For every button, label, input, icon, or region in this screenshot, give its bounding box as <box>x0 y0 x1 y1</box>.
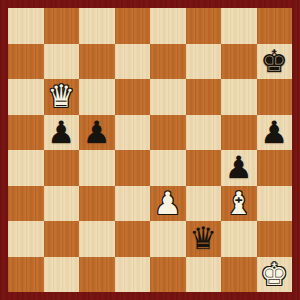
square-g4[interactable]: ♟ <box>221 150 257 186</box>
square-h6[interactable] <box>257 79 293 115</box>
square-h7[interactable]: ♚ <box>257 44 293 80</box>
square-b1[interactable] <box>44 257 80 293</box>
square-e2[interactable] <box>150 221 186 257</box>
square-h5[interactable]: ♟ <box>257 115 293 151</box>
square-e8[interactable] <box>150 8 186 44</box>
square-f4[interactable] <box>186 150 222 186</box>
black-pawn-b5[interactable]: ♟ <box>47 115 75 150</box>
white-king-h1[interactable]: ♚ <box>260 257 288 292</box>
square-a5[interactable] <box>8 115 44 151</box>
square-d7[interactable] <box>115 44 151 80</box>
square-e5[interactable] <box>150 115 186 151</box>
square-h8[interactable] <box>257 8 293 44</box>
square-h3[interactable] <box>257 186 293 222</box>
square-e3[interactable]: ♟ <box>150 186 186 222</box>
square-h2[interactable] <box>257 221 293 257</box>
square-c6[interactable] <box>79 79 115 115</box>
square-f6[interactable] <box>186 79 222 115</box>
square-e7[interactable] <box>150 44 186 80</box>
square-h1[interactable]: ♚ <box>257 257 293 293</box>
square-d1[interactable] <box>115 257 151 293</box>
square-c3[interactable] <box>79 186 115 222</box>
square-e4[interactable] <box>150 150 186 186</box>
square-g5[interactable] <box>221 115 257 151</box>
square-b5[interactable]: ♟ <box>44 115 80 151</box>
square-c2[interactable] <box>79 221 115 257</box>
black-pawn-c5[interactable]: ♟ <box>83 115 111 150</box>
square-f3[interactable] <box>186 186 222 222</box>
square-e1[interactable] <box>150 257 186 293</box>
square-a4[interactable] <box>8 150 44 186</box>
square-c4[interactable] <box>79 150 115 186</box>
square-f1[interactable] <box>186 257 222 293</box>
square-f5[interactable] <box>186 115 222 151</box>
square-g7[interactable] <box>221 44 257 80</box>
square-c8[interactable] <box>79 8 115 44</box>
square-b4[interactable] <box>44 150 80 186</box>
square-e6[interactable] <box>150 79 186 115</box>
square-f8[interactable] <box>186 8 222 44</box>
square-d8[interactable] <box>115 8 151 44</box>
chess-board: ♚♛♟♟♟♟♟♝♛♚ <box>8 8 292 292</box>
square-b7[interactable] <box>44 44 80 80</box>
black-pawn-g4[interactable]: ♟ <box>225 150 253 185</box>
black-queen-f2[interactable]: ♛ <box>189 221 217 256</box>
black-king-h7[interactable]: ♚ <box>260 44 288 79</box>
square-d3[interactable] <box>115 186 151 222</box>
chess-board-frame: ♚♛♟♟♟♟♟♝♛♚ <box>0 0 300 300</box>
square-c5[interactable]: ♟ <box>79 115 115 151</box>
square-a7[interactable] <box>8 44 44 80</box>
white-pawn-e3[interactable]: ♟ <box>154 186 182 221</box>
square-f2[interactable]: ♛ <box>186 221 222 257</box>
square-g2[interactable] <box>221 221 257 257</box>
square-g8[interactable] <box>221 8 257 44</box>
white-queen-b6[interactable]: ♛ <box>47 79 75 114</box>
black-pawn-h5[interactable]: ♟ <box>260 115 288 150</box>
square-c1[interactable] <box>79 257 115 293</box>
square-d2[interactable] <box>115 221 151 257</box>
square-a1[interactable] <box>8 257 44 293</box>
square-d4[interactable] <box>115 150 151 186</box>
square-d6[interactable] <box>115 79 151 115</box>
square-b8[interactable] <box>44 8 80 44</box>
square-b2[interactable] <box>44 221 80 257</box>
white-bishop-g3[interactable]: ♝ <box>225 186 253 221</box>
square-c7[interactable] <box>79 44 115 80</box>
square-b6[interactable]: ♛ <box>44 79 80 115</box>
square-b3[interactable] <box>44 186 80 222</box>
square-g6[interactable] <box>221 79 257 115</box>
square-d5[interactable] <box>115 115 151 151</box>
square-a8[interactable] <box>8 8 44 44</box>
square-g3[interactable]: ♝ <box>221 186 257 222</box>
square-a2[interactable] <box>8 221 44 257</box>
square-f7[interactable] <box>186 44 222 80</box>
square-a6[interactable] <box>8 79 44 115</box>
square-g1[interactable] <box>221 257 257 293</box>
square-h4[interactable] <box>257 150 293 186</box>
square-a3[interactable] <box>8 186 44 222</box>
